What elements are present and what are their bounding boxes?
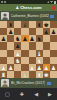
square-e3[interactable] xyxy=(29,57,36,64)
chess-board: ♜♛♜♚♟♟♟♟♞♟♟♞♟♟♝♞♞♟♟♟♟♟♟♜♛♜♚ xyxy=(0,21,57,78)
square-f4[interactable]: ♝ xyxy=(36,50,43,57)
square-d6[interactable]: ♟ xyxy=(21,35,28,42)
square-g3[interactable] xyxy=(43,57,50,64)
square-h3[interactable] xyxy=(50,57,57,64)
black-pawn: ♟ xyxy=(29,35,34,42)
pawn-logo-icon: ♟ xyxy=(16,6,20,10)
player-name[interactable]: Mr_McCracken (1017) xyxy=(11,81,46,85)
square-e4[interactable] xyxy=(29,50,36,57)
square-b2[interactable]: ♟ xyxy=(7,64,14,71)
opponent-avatar[interactable] xyxy=(1,12,9,20)
black-king: ♚ xyxy=(44,21,49,28)
square-b4[interactable] xyxy=(7,50,14,57)
white-rook: ♜ xyxy=(1,71,6,78)
square-h8[interactable] xyxy=(50,21,57,28)
black-pawn: ♟ xyxy=(15,42,20,49)
square-g8[interactable]: ♚ xyxy=(43,21,50,28)
square-g1[interactable]: ♚ xyxy=(43,71,50,78)
square-d3[interactable] xyxy=(21,57,28,64)
back-icon[interactable]: ◀ xyxy=(34,91,38,97)
square-d4[interactable] xyxy=(21,50,28,57)
square-e2[interactable]: ♟ xyxy=(29,64,36,71)
chess-app-window: ♟ Chess.com Catherine_Barnes (1032) ♜♛♜♚… xyxy=(0,0,57,100)
plus-icon[interactable]: ✚ xyxy=(20,91,24,97)
square-c4[interactable]: ♟ xyxy=(14,50,21,57)
white-king: ♚ xyxy=(44,71,49,78)
square-e5[interactable] xyxy=(29,42,36,49)
square-a6[interactable]: ♟ xyxy=(0,35,7,42)
black-pawn: ♟ xyxy=(1,35,6,42)
avatar-silhouette-icon xyxy=(1,79,9,87)
white-pawn: ♟ xyxy=(1,64,6,71)
opponent-name[interactable]: Catherine_Barnes (1032) xyxy=(11,14,49,18)
square-f3[interactable]: ♞ xyxy=(36,57,43,64)
square-g6[interactable] xyxy=(43,35,50,42)
square-d5[interactable] xyxy=(21,42,28,49)
white-pawn: ♟ xyxy=(15,50,20,57)
square-c3[interactable]: ♞ xyxy=(14,57,21,64)
square-a4[interactable] xyxy=(0,50,7,57)
square-g7[interactable]: ♟ xyxy=(43,28,50,35)
square-f1[interactable]: ♜ xyxy=(36,71,43,78)
square-d2[interactable] xyxy=(21,64,28,71)
white-pawn: ♟ xyxy=(29,64,34,71)
square-e6[interactable]: ♟ xyxy=(29,35,36,42)
square-h7[interactable]: ♟ xyxy=(50,28,57,35)
square-d8[interactable]: ♛ xyxy=(21,21,28,28)
notification-dot-icon xyxy=(1,1,3,3)
chat-icon[interactable]: ▢ xyxy=(5,91,10,97)
black-pawn: ♟ xyxy=(44,28,49,35)
notification-badge-icon[interactable] xyxy=(52,6,56,10)
app-header: ♟ Chess.com xyxy=(0,4,57,11)
black-pawn: ♟ xyxy=(22,35,27,42)
square-h2[interactable]: ♟ xyxy=(50,64,57,71)
opponent-flag-icon xyxy=(50,15,54,18)
avatar-silhouette-icon xyxy=(1,12,9,20)
black-knight: ♞ xyxy=(36,35,41,42)
signal-icon xyxy=(47,1,49,3)
square-b5[interactable] xyxy=(7,42,14,49)
notification-dot-icon xyxy=(4,1,6,3)
status-left-icons xyxy=(1,1,6,3)
square-d7[interactable] xyxy=(21,28,28,35)
white-pawn: ♟ xyxy=(51,64,56,71)
square-b3[interactable] xyxy=(7,57,14,64)
square-a8[interactable] xyxy=(0,21,7,28)
square-g5[interactable] xyxy=(43,42,50,49)
square-d1[interactable]: ♛ xyxy=(21,71,28,78)
square-h1[interactable] xyxy=(50,71,57,78)
black-rook: ♜ xyxy=(8,21,13,28)
logo-text: Chess.com xyxy=(20,6,41,10)
square-f8[interactable]: ♜ xyxy=(36,21,43,28)
white-pawn: ♟ xyxy=(36,64,41,71)
square-f5[interactable] xyxy=(36,42,43,49)
square-e8[interactable] xyxy=(29,21,36,28)
square-b1[interactable] xyxy=(7,71,14,78)
square-c6[interactable]: ♞ xyxy=(14,35,21,42)
white-bishop: ♝ xyxy=(36,50,41,57)
square-c2[interactable] xyxy=(14,64,21,71)
opponent-bar: Catherine_Barnes (1032) xyxy=(0,11,57,21)
black-knight: ♞ xyxy=(15,35,20,42)
square-b7[interactable]: ♟ xyxy=(7,28,14,35)
player-flag-icon xyxy=(47,82,51,85)
square-f6[interactable]: ♞ xyxy=(36,35,43,42)
square-h6[interactable] xyxy=(50,35,57,42)
square-c5[interactable]: ♟ xyxy=(14,42,21,49)
square-c7[interactable] xyxy=(14,28,21,35)
square-e7[interactable] xyxy=(29,28,36,35)
chesscom-logo: ♟ Chess.com xyxy=(16,6,42,10)
black-rook: ♜ xyxy=(36,21,41,28)
player-bar: Mr_McCracken (1017) xyxy=(0,78,57,88)
square-a2[interactable]: ♟ xyxy=(0,64,7,71)
black-pawn: ♟ xyxy=(8,28,13,35)
white-knight: ♞ xyxy=(15,57,20,64)
square-f2[interactable]: ♟ xyxy=(36,64,43,71)
bottom-toolbar: ▢✚◀▶ xyxy=(0,88,57,100)
white-knight: ♞ xyxy=(36,57,41,64)
player-avatar[interactable] xyxy=(1,79,9,87)
square-c1[interactable] xyxy=(14,71,21,78)
black-queen: ♛ xyxy=(22,21,27,28)
square-f7[interactable] xyxy=(36,28,43,35)
square-b8[interactable]: ♜ xyxy=(7,21,14,28)
white-rook: ♜ xyxy=(36,71,41,78)
square-a5[interactable] xyxy=(0,42,7,49)
wifi-icon xyxy=(50,1,53,3)
black-pawn: ♟ xyxy=(51,28,56,35)
square-g2[interactable]: ♟ xyxy=(43,64,50,71)
white-pawn: ♟ xyxy=(8,64,13,71)
white-pawn: ♟ xyxy=(44,64,49,71)
square-h5[interactable] xyxy=(50,42,57,49)
square-e1[interactable] xyxy=(29,71,36,78)
square-a3[interactable] xyxy=(0,57,7,64)
white-queen: ♛ xyxy=(22,71,27,78)
forward-icon[interactable]: ▶ xyxy=(48,91,52,97)
square-h4[interactable] xyxy=(50,50,57,57)
square-g4[interactable] xyxy=(43,50,50,57)
square-a7[interactable] xyxy=(0,28,7,35)
square-a1[interactable]: ♜ xyxy=(0,71,7,78)
square-c8[interactable] xyxy=(14,21,21,28)
square-b6[interactable] xyxy=(7,35,14,42)
